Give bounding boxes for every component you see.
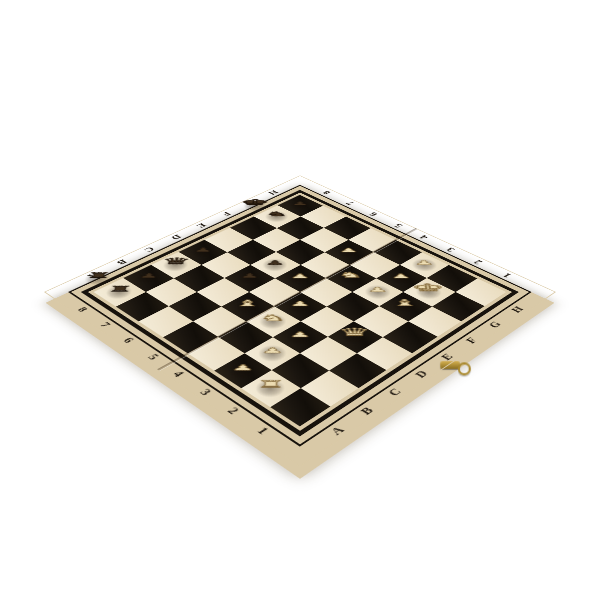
square-c2[interactable] bbox=[300, 337, 356, 370]
black-king-glyph: ♚ bbox=[228, 198, 281, 206]
square-b6[interactable] bbox=[168, 292, 221, 321]
black-rook-glyph: ♜ bbox=[68, 271, 129, 279]
black-knight-glyph: ♞ bbox=[250, 211, 304, 217]
square-f2[interactable] bbox=[379, 292, 432, 321]
product-photo-scene: AA11BB22CC33DD44EE55FF66GG77HH88 ♜♚♜♟♛♟♞… bbox=[0, 0, 600, 600]
chess-board: AA11BB22CC33DD44EE55FF66GG77HH88 ♜♚♜♟♛♟♞… bbox=[44, 175, 556, 466]
square-c4[interactable] bbox=[246, 306, 300, 337]
black-rook-glyph: ♜ bbox=[89, 285, 151, 293]
square-b3[interactable] bbox=[244, 337, 300, 370]
square-e3[interactable] bbox=[326, 292, 379, 321]
white-pawn-glyph: ♟ bbox=[271, 273, 330, 279]
white-pawn-glyph: ♟ bbox=[371, 273, 431, 279]
black-pawn-glyph: ♟ bbox=[246, 260, 304, 266]
square-c5[interactable] bbox=[221, 292, 274, 321]
black-queen-glyph: ♛ bbox=[147, 257, 206, 266]
white-pawn-glyph: ♟ bbox=[394, 260, 453, 266]
square-c3[interactable] bbox=[273, 321, 328, 353]
square-e2[interactable] bbox=[354, 306, 408, 337]
white-pawn-glyph: ♟ bbox=[320, 247, 377, 253]
brass-clasp-ring bbox=[458, 362, 471, 375]
square-b4[interactable] bbox=[218, 321, 273, 353]
